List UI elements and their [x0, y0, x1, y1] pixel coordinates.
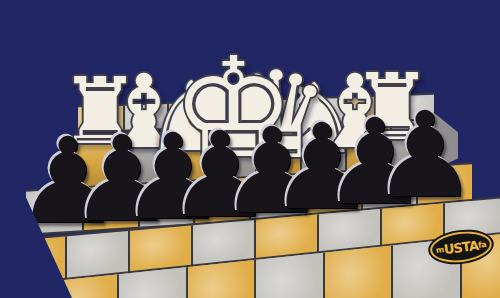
board-square	[186, 260, 255, 298]
board-square	[254, 253, 323, 298]
signature-main: USTA	[443, 237, 479, 256]
board-square	[323, 246, 392, 298]
artwork-canvas: ♜♝♞♚♛♞♝♜♟♟♟♟♟♟♟♟ mUSTAfa	[0, 0, 500, 298]
signature-suffix: fa	[478, 239, 487, 249]
board-square	[117, 267, 186, 298]
black-pawn: ♟	[372, 96, 478, 214]
